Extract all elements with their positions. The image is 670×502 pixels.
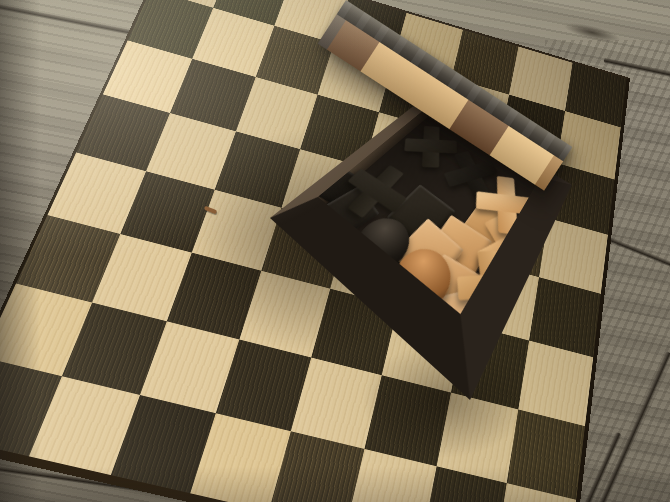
x-arm: [457, 272, 526, 300]
photo-scene: [0, 0, 670, 502]
black-x-3: [350, 165, 407, 218]
x-arm: [477, 250, 507, 314]
